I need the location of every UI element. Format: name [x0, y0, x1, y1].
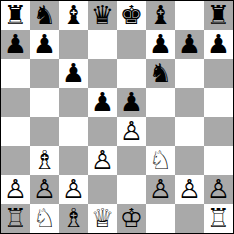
- white-pawn-icon: ♙: [33, 175, 56, 204]
- white-bishop-icon: ♗: [62, 204, 85, 233]
- white-rook-icon: ♖: [207, 204, 230, 233]
- square-d3[interactable]: ♙: [88, 146, 117, 175]
- square-e2[interactable]: [117, 175, 146, 204]
- square-e3[interactable]: [117, 146, 146, 175]
- black-knight-icon: ♞: [33, 1, 56, 30]
- white-pawn-icon: ♙: [4, 175, 27, 204]
- square-b7[interactable]: ♟: [30, 30, 59, 59]
- black-bishop-icon: ♝: [62, 1, 85, 30]
- chess-board: ♜♞♝♛♚♝♜♟♟♟♟♟♟♞♟♟♙♗♙♘♙♙♙♙♙♙♖♘♗♕♔♖: [0, 0, 234, 234]
- square-f7[interactable]: ♟: [146, 30, 175, 59]
- square-c6[interactable]: ♟: [59, 59, 88, 88]
- white-pawn-icon: ♙: [178, 175, 201, 204]
- square-g6[interactable]: [175, 59, 204, 88]
- square-c5[interactable]: [59, 88, 88, 117]
- black-pawn-icon: ♟: [178, 30, 201, 59]
- square-g1[interactable]: [175, 204, 204, 233]
- square-d2[interactable]: [88, 175, 117, 204]
- square-d1[interactable]: ♕: [88, 204, 117, 233]
- square-h8[interactable]: ♜: [204, 1, 233, 30]
- square-b5[interactable]: [30, 88, 59, 117]
- square-f5[interactable]: [146, 88, 175, 117]
- square-a1[interactable]: ♖: [1, 204, 30, 233]
- square-h3[interactable]: [204, 146, 233, 175]
- square-b4[interactable]: [30, 117, 59, 146]
- square-e1[interactable]: ♔: [117, 204, 146, 233]
- white-rook-icon: ♖: [4, 204, 27, 233]
- black-knight-icon: ♞: [149, 59, 172, 88]
- square-h6[interactable]: [204, 59, 233, 88]
- white-knight-icon: ♘: [149, 146, 172, 175]
- black-rook-icon: ♜: [207, 1, 230, 30]
- square-f3[interactable]: ♘: [146, 146, 175, 175]
- square-c4[interactable]: [59, 117, 88, 146]
- square-h7[interactable]: ♟: [204, 30, 233, 59]
- white-pawn-icon: ♙: [120, 117, 143, 146]
- white-pawn-icon: ♙: [149, 175, 172, 204]
- square-c2[interactable]: ♙: [59, 175, 88, 204]
- square-h1[interactable]: ♖: [204, 204, 233, 233]
- square-e6[interactable]: [117, 59, 146, 88]
- square-b6[interactable]: [30, 59, 59, 88]
- square-b8[interactable]: ♞: [30, 1, 59, 30]
- square-d6[interactable]: [88, 59, 117, 88]
- square-g3[interactable]: [175, 146, 204, 175]
- square-g4[interactable]: [175, 117, 204, 146]
- square-f8[interactable]: ♝: [146, 1, 175, 30]
- black-queen-icon: ♛: [91, 1, 114, 30]
- black-bishop-icon: ♝: [149, 1, 172, 30]
- square-f1[interactable]: [146, 204, 175, 233]
- square-c3[interactable]: [59, 146, 88, 175]
- black-pawn-icon: ♟: [33, 30, 56, 59]
- square-h4[interactable]: [204, 117, 233, 146]
- square-b3[interactable]: ♗: [30, 146, 59, 175]
- square-d4[interactable]: [88, 117, 117, 146]
- black-pawn-icon: ♟: [120, 88, 143, 117]
- white-king-icon: ♔: [120, 204, 143, 233]
- square-f2[interactable]: ♙: [146, 175, 175, 204]
- square-a8[interactable]: ♜: [1, 1, 30, 30]
- white-pawn-icon: ♙: [62, 175, 85, 204]
- square-g2[interactable]: ♙: [175, 175, 204, 204]
- chess-diagram: ♜♞♝♛♚♝♜♟♟♟♟♟♟♞♟♟♙♗♙♘♙♙♙♙♙♙♖♘♗♕♔♖: [0, 0, 234, 234]
- black-pawn-icon: ♟: [207, 30, 230, 59]
- square-a3[interactable]: [1, 146, 30, 175]
- black-pawn-icon: ♟: [149, 30, 172, 59]
- square-d7[interactable]: [88, 30, 117, 59]
- square-c8[interactable]: ♝: [59, 1, 88, 30]
- black-pawn-icon: ♟: [91, 88, 114, 117]
- black-king-icon: ♚: [120, 1, 143, 30]
- white-pawn-icon: ♙: [91, 146, 114, 175]
- square-a4[interactable]: [1, 117, 30, 146]
- square-c1[interactable]: ♗: [59, 204, 88, 233]
- square-h2[interactable]: ♙: [204, 175, 233, 204]
- square-a6[interactable]: [1, 59, 30, 88]
- square-g7[interactable]: ♟: [175, 30, 204, 59]
- square-h5[interactable]: [204, 88, 233, 117]
- square-g5[interactable]: [175, 88, 204, 117]
- square-b1[interactable]: ♘: [30, 204, 59, 233]
- square-g8[interactable]: [175, 1, 204, 30]
- white-bishop-icon: ♗: [33, 146, 56, 175]
- square-a7[interactable]: ♟: [1, 30, 30, 59]
- white-knight-icon: ♘: [33, 204, 56, 233]
- square-b2[interactable]: ♙: [30, 175, 59, 204]
- square-e5[interactable]: ♟: [117, 88, 146, 117]
- black-rook-icon: ♜: [4, 1, 27, 30]
- square-c7[interactable]: [59, 30, 88, 59]
- square-e7[interactable]: [117, 30, 146, 59]
- square-d5[interactable]: ♟: [88, 88, 117, 117]
- square-a5[interactable]: [1, 88, 30, 117]
- square-e4[interactable]: ♙: [117, 117, 146, 146]
- square-f4[interactable]: [146, 117, 175, 146]
- black-pawn-icon: ♟: [62, 59, 85, 88]
- square-a2[interactable]: ♙: [1, 175, 30, 204]
- square-f6[interactable]: ♞: [146, 59, 175, 88]
- white-queen-icon: ♕: [91, 204, 114, 233]
- black-pawn-icon: ♟: [4, 30, 27, 59]
- square-e8[interactable]: ♚: [117, 1, 146, 30]
- square-d8[interactable]: ♛: [88, 1, 117, 30]
- white-pawn-icon: ♙: [207, 175, 230, 204]
